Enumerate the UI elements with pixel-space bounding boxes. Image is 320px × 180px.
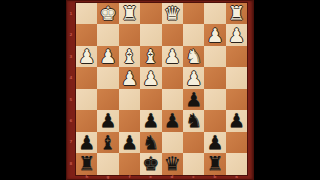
square-d3[interactable]: ♟ <box>162 46 183 67</box>
piece-white-pawn-h3[interactable]: ♟ <box>78 47 95 66</box>
rank-label-7: 7 <box>66 132 76 153</box>
file-label-e: e <box>140 175 161 180</box>
rank-label-8: 8 <box>66 153 76 174</box>
square-a4[interactable] <box>226 67 247 88</box>
square-a3[interactable] <box>226 46 247 67</box>
rank-label-5: 5 <box>66 89 76 110</box>
square-a6[interactable]: ♟ <box>226 110 247 131</box>
letterbox-left <box>0 0 66 180</box>
square-g5[interactable] <box>97 89 118 110</box>
square-b2[interactable]: ♟ <box>204 24 225 45</box>
piece-black-pawn-e6[interactable]: ♟ <box>142 111 159 130</box>
square-c4[interactable]: ♟ <box>183 67 204 88</box>
piece-white-pawn-f4[interactable]: ♟ <box>121 68 138 87</box>
file-labels: hgfedcba <box>76 175 247 180</box>
piece-black-knight-c6[interactable]: ♞ <box>185 111 202 130</box>
square-f6[interactable] <box>119 110 140 131</box>
piece-white-pawn-c4[interactable]: ♟ <box>185 68 202 87</box>
square-f5[interactable] <box>119 89 140 110</box>
square-b8[interactable]: ♜ <box>204 153 225 174</box>
file-label-d: d <box>162 175 183 180</box>
piece-white-pawn-e4[interactable]: ♟ <box>142 68 159 87</box>
rank-label-1: 1 <box>66 3 76 24</box>
square-c2[interactable] <box>183 24 204 45</box>
file-label-h: h <box>76 175 97 180</box>
square-h2[interactable] <box>76 24 97 45</box>
file-label-f: f <box>119 175 140 180</box>
square-e6[interactable]: ♟ <box>140 110 161 131</box>
square-h6[interactable] <box>76 110 97 131</box>
piece-black-pawn-f7[interactable]: ♟ <box>121 132 138 151</box>
square-g6[interactable]: ♟ <box>97 110 118 131</box>
piece-white-rook-f1[interactable]: ♜ <box>121 4 138 23</box>
square-a7[interactable] <box>226 132 247 153</box>
square-f3[interactable]: ♝ <box>119 46 140 67</box>
file-label-c: c <box>183 175 204 180</box>
piece-black-pawn-b7[interactable]: ♟ <box>207 132 224 151</box>
file-label-g: g <box>97 175 118 180</box>
square-a2[interactable]: ♟ <box>226 24 247 45</box>
square-h1[interactable] <box>76 3 97 24</box>
square-f1[interactable]: ♜ <box>119 3 140 24</box>
chess-board[interactable]: ♚♜♛♜♟♟♟♟♝♝♟♞♟♟♟♟♟♟♟♞♟♟♝♟♞♟♜♚♛♜ <box>76 3 247 175</box>
square-h7[interactable]: ♟ <box>76 132 97 153</box>
square-b4[interactable] <box>204 67 225 88</box>
rank-label-4: 4 <box>66 67 76 88</box>
piece-black-rook-b8[interactable]: ♜ <box>207 154 224 173</box>
board-frame: 12345678 ♚♜♛♜♟♟♟♟♝♝♟♞♟♟♟♟♟♟♟♞♟♟♝♟♞♟♜♚♛♜ … <box>66 0 254 180</box>
piece-white-knight-c3[interactable]: ♞ <box>185 47 202 66</box>
square-d6[interactable]: ♟ <box>162 110 183 131</box>
square-g8[interactable] <box>97 153 118 174</box>
square-b6[interactable] <box>204 110 225 131</box>
square-a1[interactable]: ♜ <box>226 3 247 24</box>
piece-white-rook-a1[interactable]: ♜ <box>228 4 245 23</box>
piece-white-queen-d1[interactable]: ♛ <box>164 4 181 23</box>
square-g4[interactable] <box>97 67 118 88</box>
piece-white-pawn-b2[interactable]: ♟ <box>207 25 224 44</box>
piece-black-pawn-a6[interactable]: ♟ <box>228 111 245 130</box>
square-g1[interactable]: ♚ <box>97 3 118 24</box>
piece-white-bishop-f3[interactable]: ♝ <box>121 47 138 66</box>
piece-black-bishop-g7[interactable]: ♝ <box>100 132 117 151</box>
square-c6[interactable]: ♞ <box>183 110 204 131</box>
square-d1[interactable]: ♛ <box>162 3 183 24</box>
square-e8[interactable]: ♚ <box>140 153 161 174</box>
piece-white-bishop-e3[interactable]: ♝ <box>142 47 159 66</box>
piece-white-pawn-d3[interactable]: ♟ <box>164 47 181 66</box>
piece-black-pawn-d6[interactable]: ♟ <box>164 111 181 130</box>
piece-black-pawn-g6[interactable]: ♟ <box>100 111 117 130</box>
square-d7[interactable] <box>162 132 183 153</box>
square-d4[interactable] <box>162 67 183 88</box>
piece-black-pawn-h7[interactable]: ♟ <box>78 132 95 151</box>
square-e4[interactable]: ♟ <box>140 67 161 88</box>
rank-label-6: 6 <box>66 110 76 131</box>
square-c3[interactable]: ♞ <box>183 46 204 67</box>
rank-label-2: 2 <box>66 24 76 45</box>
square-c7[interactable] <box>183 132 204 153</box>
piece-white-pawn-a2[interactable]: ♟ <box>228 25 245 44</box>
square-f4[interactable]: ♟ <box>119 67 140 88</box>
square-c8[interactable] <box>183 153 204 174</box>
square-e2[interactable] <box>140 24 161 45</box>
piece-black-rook-h8[interactable]: ♜ <box>78 154 95 173</box>
file-label-a: a <box>226 175 247 180</box>
rank-label-3: 3 <box>66 46 76 67</box>
square-f7[interactable]: ♟ <box>119 132 140 153</box>
file-label-b: b <box>204 175 225 180</box>
video-frame: 12345678 ♚♜♛♜♟♟♟♟♝♝♟♞♟♟♟♟♟♟♟♞♟♟♝♟♞♟♜♚♛♜ … <box>0 0 320 180</box>
square-d8[interactable]: ♛ <box>162 153 183 174</box>
square-b5[interactable] <box>204 89 225 110</box>
square-c5[interactable]: ♟ <box>183 89 204 110</box>
piece-black-pawn-c5[interactable]: ♟ <box>185 90 202 109</box>
square-c1[interactable] <box>183 3 204 24</box>
piece-black-queen-d8[interactable]: ♛ <box>164 154 181 173</box>
piece-black-knight-e7[interactable]: ♞ <box>142 132 159 151</box>
square-e1[interactable] <box>140 3 161 24</box>
square-e3[interactable]: ♝ <box>140 46 161 67</box>
square-h5[interactable] <box>76 89 97 110</box>
piece-white-king-g1[interactable]: ♚ <box>100 4 117 23</box>
square-a5[interactable] <box>226 89 247 110</box>
square-d2[interactable] <box>162 24 183 45</box>
square-g2[interactable] <box>97 24 118 45</box>
square-a8[interactable] <box>226 153 247 174</box>
piece-black-king-e8[interactable]: ♚ <box>142 154 159 173</box>
square-h3[interactable]: ♟ <box>76 46 97 67</box>
piece-white-pawn-g3[interactable]: ♟ <box>100 47 117 66</box>
square-f2[interactable] <box>119 24 140 45</box>
square-b3[interactable] <box>204 46 225 67</box>
square-e5[interactable] <box>140 89 161 110</box>
letterbox-right <box>254 0 320 180</box>
square-d5[interactable] <box>162 89 183 110</box>
square-h8[interactable]: ♜ <box>76 153 97 174</box>
square-h4[interactable] <box>76 67 97 88</box>
square-b1[interactable] <box>204 3 225 24</box>
square-g3[interactable]: ♟ <box>97 46 118 67</box>
rank-labels: 12345678 <box>66 3 76 175</box>
square-b7[interactable]: ♟ <box>204 132 225 153</box>
square-g7[interactable]: ♝ <box>97 132 118 153</box>
square-e7[interactable]: ♞ <box>140 132 161 153</box>
square-f8[interactable] <box>119 153 140 174</box>
